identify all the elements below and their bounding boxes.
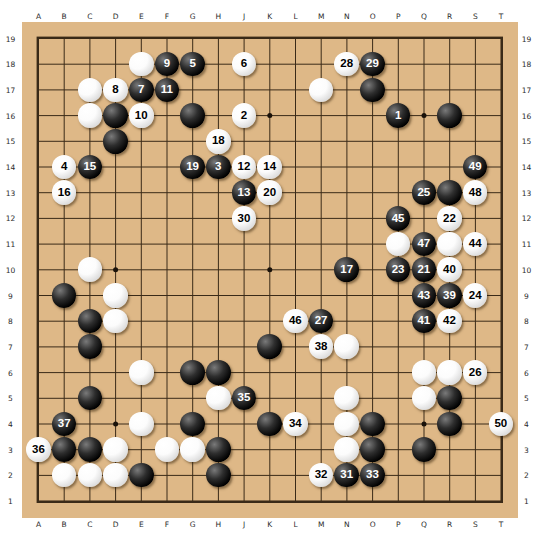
move-number: 44	[469, 238, 482, 250]
stone-N18[interactable]: 28	[334, 52, 359, 77]
coord-label-left-10: 10	[6, 265, 16, 274]
coord-label-right-18: 18	[522, 60, 532, 69]
coord-label-top-G: G	[190, 12, 196, 21]
move-number: 39	[443, 290, 456, 302]
move-number: 16	[58, 187, 71, 199]
coord-label-right-5: 5	[524, 394, 529, 403]
coord-label-top-E: E	[139, 12, 144, 21]
move-number: 8	[112, 84, 118, 96]
stone-G16[interactable]	[180, 103, 205, 128]
stone-B13[interactable]: 16	[52, 180, 77, 205]
stone-R10[interactable]: 40	[437, 257, 462, 282]
move-number: 33	[366, 469, 379, 481]
coord-label-bottom-L: L	[293, 520, 297, 529]
move-number: 45	[392, 213, 405, 225]
move-number: 37	[58, 418, 71, 430]
stone-H6[interactable]	[206, 360, 231, 385]
move-number: 46	[289, 315, 302, 327]
move-number: 10	[135, 110, 148, 122]
coord-label-left-17: 17	[6, 85, 16, 94]
stone-O2[interactable]: 33	[360, 463, 385, 488]
coord-label-right-10: 10	[522, 265, 532, 274]
stone-R12[interactable]: 22	[437, 206, 462, 231]
stone-H15[interactable]: 18	[206, 129, 231, 154]
stone-C8[interactable]	[78, 309, 103, 334]
stone-K13[interactable]: 20	[257, 180, 282, 205]
coord-label-bottom-S: S	[473, 520, 478, 529]
stone-S11[interactable]: 44	[463, 232, 488, 257]
move-number: 31	[340, 469, 353, 481]
stones-layer: 9562829871110211841519312144916132025483…	[26, 26, 514, 514]
coord-label-right-17: 17	[522, 85, 532, 94]
move-number: 25	[417, 187, 430, 199]
stone-M8[interactable]: 27	[309, 309, 334, 334]
stone-N3[interactable]	[334, 437, 359, 462]
stone-R13[interactable]	[437, 180, 462, 205]
stone-G4[interactable]	[180, 412, 205, 437]
move-number: 26	[469, 367, 482, 379]
coord-label-left-2: 2	[8, 471, 13, 480]
coord-label-right-15: 15	[522, 137, 532, 146]
stone-F3[interactable]	[155, 437, 180, 462]
move-number: 15	[83, 161, 96, 173]
stone-E16[interactable]: 10	[129, 103, 154, 128]
move-number: 29	[366, 58, 379, 70]
coord-label-left-4: 4	[8, 420, 13, 429]
move-number: 4	[61, 161, 67, 173]
stone-H2[interactable]	[206, 463, 231, 488]
coord-label-bottom-D: D	[113, 520, 119, 529]
stone-E6[interactable]	[129, 360, 154, 385]
move-number: 50	[494, 418, 507, 430]
stone-Q11[interactable]: 47	[412, 232, 437, 257]
stone-J18[interactable]: 6	[232, 52, 257, 77]
stone-M7[interactable]: 38	[309, 334, 334, 359]
coord-label-top-L: L	[293, 12, 297, 21]
stone-G18[interactable]: 5	[180, 52, 205, 77]
coord-label-right-12: 12	[522, 214, 532, 223]
move-number: 49	[469, 161, 482, 173]
coord-label-bottom-F: F	[165, 520, 169, 529]
coord-label-left-16: 16	[6, 111, 16, 120]
coord-label-bottom-B: B	[62, 520, 67, 529]
coord-label-right-16: 16	[522, 111, 532, 120]
coord-label-right-8: 8	[524, 317, 529, 326]
move-number: 13	[238, 187, 251, 199]
stone-D9[interactable]	[103, 283, 128, 308]
coord-label-bottom-T: T	[499, 520, 504, 529]
coord-label-right-6: 6	[524, 368, 529, 377]
stone-N10[interactable]: 17	[334, 257, 359, 282]
coord-label-bottom-O: O	[370, 520, 376, 529]
stone-O18[interactable]: 29	[360, 52, 385, 77]
stone-D8[interactable]	[103, 309, 128, 334]
stone-T4[interactable]: 50	[489, 412, 514, 437]
stone-H3[interactable]	[206, 437, 231, 462]
move-number: 21	[417, 264, 430, 276]
coord-label-top-H: H	[216, 12, 222, 21]
stone-Q10[interactable]: 21	[412, 257, 437, 282]
coord-label-left-1: 1	[8, 497, 13, 506]
coord-label-right-13: 13	[522, 188, 532, 197]
coord-label-left-3: 3	[8, 445, 13, 454]
move-number: 36	[32, 444, 45, 456]
stone-L8[interactable]: 46	[283, 309, 308, 334]
move-number: 35	[238, 392, 251, 404]
stone-B4[interactable]: 37	[52, 412, 77, 437]
stone-Q9[interactable]: 43	[412, 283, 437, 308]
move-number: 43	[417, 290, 430, 302]
stone-M17[interactable]	[309, 78, 334, 103]
stone-G14[interactable]: 19	[180, 155, 205, 180]
stone-C17[interactable]	[78, 78, 103, 103]
stone-F17[interactable]: 11	[155, 78, 180, 103]
move-number: 28	[340, 58, 353, 70]
stone-K14[interactable]: 14	[257, 155, 282, 180]
stone-H14[interactable]: 3	[206, 155, 231, 180]
stone-G6[interactable]	[180, 360, 205, 385]
stone-L4[interactable]: 34	[283, 412, 308, 437]
move-number: 5	[189, 58, 195, 70]
coord-label-right-3: 3	[524, 445, 529, 454]
move-number: 24	[469, 290, 482, 302]
stone-J16[interactable]: 2	[232, 103, 257, 128]
coord-label-right-14: 14	[522, 163, 532, 172]
stone-K4[interactable]	[257, 412, 282, 437]
move-number: 32	[315, 469, 328, 481]
move-number: 19	[186, 161, 199, 173]
stone-R9[interactable]: 39	[437, 283, 462, 308]
coord-label-top-R: R	[447, 12, 452, 21]
stone-S9[interactable]: 24	[463, 283, 488, 308]
stone-C2[interactable]	[78, 463, 103, 488]
coord-label-top-J: J	[243, 12, 245, 21]
stone-N4[interactable]	[334, 412, 359, 437]
move-number: 1	[395, 110, 401, 122]
stone-P12[interactable]: 45	[386, 206, 411, 231]
coord-label-right-9: 9	[524, 291, 529, 300]
stone-C7[interactable]	[78, 334, 103, 359]
move-number: 42	[443, 315, 456, 327]
coord-label-right-7: 7	[524, 342, 529, 351]
coord-label-left-7: 7	[8, 342, 13, 351]
coord-label-bottom-Q: Q	[421, 520, 427, 529]
stone-Q8[interactable]: 41	[412, 309, 437, 334]
move-number: 6	[241, 58, 247, 70]
coord-label-top-A: A	[36, 12, 41, 21]
coord-label-left-18: 18	[6, 60, 16, 69]
coord-label-bottom-R: R	[447, 520, 452, 529]
stone-K7[interactable]	[257, 334, 282, 359]
stone-J5[interactable]: 35	[232, 386, 257, 411]
coord-label-right-19: 19	[522, 34, 532, 43]
coord-label-left-6: 6	[8, 368, 13, 377]
coord-label-left-15: 15	[6, 137, 16, 146]
stone-D16[interactable]	[103, 103, 128, 128]
stone-P11[interactable]	[386, 232, 411, 257]
stone-R6[interactable]	[437, 360, 462, 385]
coord-label-top-T: T	[499, 12, 504, 21]
stone-N2[interactable]: 31	[334, 463, 359, 488]
move-number: 11	[161, 84, 173, 96]
stone-S13[interactable]: 48	[463, 180, 488, 205]
stone-R11[interactable]	[437, 232, 462, 257]
stone-C3[interactable]	[78, 437, 103, 462]
stone-B3[interactable]	[52, 437, 77, 462]
move-number: 22	[443, 213, 456, 225]
stone-G3[interactable]	[180, 437, 205, 462]
coord-label-bottom-N: N	[344, 520, 350, 529]
coord-label-bottom-K: K	[267, 520, 272, 529]
coord-label-left-9: 9	[8, 291, 13, 300]
stone-N5[interactable]	[334, 386, 359, 411]
move-number: 41	[417, 315, 430, 327]
stone-R5[interactable]	[437, 386, 462, 411]
coord-label-bottom-P: P	[396, 520, 401, 529]
stone-D3[interactable]	[103, 437, 128, 462]
coord-label-bottom-G: G	[190, 520, 196, 529]
stone-E4[interactable]	[129, 412, 154, 437]
stone-A3[interactable]: 36	[26, 437, 51, 462]
stone-Q6[interactable]	[412, 360, 437, 385]
coord-label-left-19: 19	[6, 34, 16, 43]
coord-label-bottom-M: M	[318, 520, 324, 529]
stone-E2[interactable]	[129, 463, 154, 488]
stone-Q5[interactable]	[412, 386, 437, 411]
stone-C5[interactable]	[78, 386, 103, 411]
stone-S6[interactable]: 26	[463, 360, 488, 385]
coord-label-top-D: D	[113, 12, 119, 21]
coord-label-left-8: 8	[8, 317, 13, 326]
stone-D15[interactable]	[103, 129, 128, 154]
stone-J13[interactable]: 13	[232, 180, 257, 205]
stone-S14[interactable]: 49	[463, 155, 488, 180]
move-number: 12	[238, 161, 251, 173]
move-number: 20	[263, 187, 276, 199]
coord-label-bottom-A: A	[36, 520, 41, 529]
coord-label-top-Q: Q	[421, 12, 427, 21]
move-number: 30	[238, 213, 251, 225]
stone-R4[interactable]	[437, 412, 462, 437]
stone-Q13[interactable]: 25	[412, 180, 437, 205]
move-number: 3	[215, 161, 221, 173]
move-number: 17	[340, 264, 353, 276]
coord-label-bottom-J: J	[243, 520, 245, 529]
stone-C16[interactable]	[78, 103, 103, 128]
coord-label-bottom-C: C	[87, 520, 92, 529]
move-number: 2	[241, 110, 247, 122]
move-number: 40	[443, 264, 456, 276]
move-number: 18	[212, 135, 225, 147]
stone-E18[interactable]	[129, 52, 154, 77]
move-number: 34	[289, 418, 302, 430]
coord-label-right-4: 4	[524, 420, 529, 429]
stone-R16[interactable]	[437, 103, 462, 128]
move-number: 47	[417, 238, 430, 250]
stone-P10[interactable]: 23	[386, 257, 411, 282]
move-number: 9	[164, 58, 170, 70]
stone-D2[interactable]	[103, 463, 128, 488]
stone-D17[interactable]: 8	[103, 78, 128, 103]
coord-label-bottom-E: E	[139, 520, 144, 529]
move-number: 14	[263, 161, 276, 173]
move-number: 23	[392, 264, 405, 276]
stone-B2[interactable]	[52, 463, 77, 488]
stone-F18[interactable]: 9	[155, 52, 180, 77]
move-number: 7	[138, 84, 144, 96]
stone-B9[interactable]	[52, 283, 77, 308]
coord-label-top-N: N	[344, 12, 350, 21]
coord-label-left-11: 11	[6, 240, 16, 249]
stone-H5[interactable]	[206, 386, 231, 411]
coord-label-left-5: 5	[8, 394, 13, 403]
stone-N7[interactable]	[334, 334, 359, 359]
coord-label-right-2: 2	[524, 471, 529, 480]
move-number: 48	[469, 187, 482, 199]
coord-label-top-S: S	[473, 12, 478, 21]
stone-B14[interactable]: 4	[52, 155, 77, 180]
coord-label-top-K: K	[267, 12, 272, 21]
coord-label-top-C: C	[87, 12, 92, 21]
coord-label-top-F: F	[165, 12, 169, 21]
stone-O17[interactable]	[360, 78, 385, 103]
go-diagram: 9562829871110211841519312144916132025483…	[0, 0, 540, 540]
stone-R8[interactable]: 42	[437, 309, 462, 334]
stone-J12[interactable]: 30	[232, 206, 257, 231]
move-number: 27	[315, 315, 328, 327]
stone-M2[interactable]: 32	[309, 463, 334, 488]
stone-C10[interactable]	[78, 257, 103, 282]
coord-label-top-M: M	[318, 12, 324, 21]
coord-label-bottom-H: H	[216, 520, 222, 529]
stone-J14[interactable]: 12	[232, 155, 257, 180]
move-number: 38	[315, 341, 328, 353]
stone-O3[interactable]	[360, 437, 385, 462]
stone-P16[interactable]: 1	[386, 103, 411, 128]
coord-label-left-12: 12	[6, 214, 16, 223]
coord-label-right-11: 11	[522, 240, 532, 249]
stone-Q3[interactable]	[412, 437, 437, 462]
coord-label-top-B: B	[62, 12, 67, 21]
stone-E17[interactable]: 7	[129, 78, 154, 103]
coord-label-top-O: O	[370, 12, 376, 21]
coord-label-left-14: 14	[6, 163, 16, 172]
stone-C14[interactable]: 15	[78, 155, 103, 180]
stone-O4[interactable]	[360, 412, 385, 437]
coord-label-top-P: P	[396, 12, 401, 21]
coord-label-right-1: 1	[524, 497, 529, 506]
coord-label-left-13: 13	[6, 188, 16, 197]
